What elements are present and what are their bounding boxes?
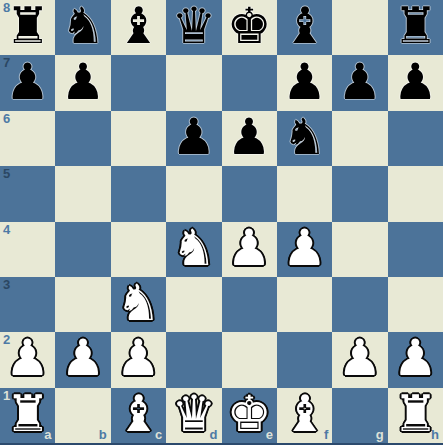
square-e4[interactable]: ♟ — [222, 222, 277, 277]
square-d3[interactable] — [166, 277, 221, 332]
piece-white-pawn[interactable]: ♟ — [116, 332, 161, 386]
square-g4[interactable] — [332, 222, 387, 277]
square-d7[interactable] — [166, 55, 221, 110]
square-a2[interactable]: 2♟ — [0, 332, 55, 387]
piece-white-rook[interactable]: ♜ — [5, 388, 50, 442]
square-g5[interactable] — [332, 166, 387, 221]
piece-white-knight[interactable]: ♞ — [171, 222, 216, 276]
piece-white-pawn[interactable]: ♟ — [61, 332, 106, 386]
square-f3[interactable] — [277, 277, 332, 332]
square-e6[interactable]: ♟ — [222, 111, 277, 166]
square-d6[interactable]: ♟ — [166, 111, 221, 166]
square-a8[interactable]: 8♜ — [0, 0, 55, 55]
square-e3[interactable] — [222, 277, 277, 332]
square-b8[interactable]: ♞ — [55, 0, 110, 55]
rank-label-4: 4 — [3, 223, 10, 237]
square-h3[interactable] — [388, 277, 443, 332]
piece-black-pawn[interactable]: ♟ — [393, 55, 438, 109]
piece-white-pawn[interactable]: ♟ — [282, 222, 327, 276]
square-e2[interactable] — [222, 332, 277, 387]
square-g1[interactable]: g — [332, 388, 387, 443]
piece-black-pawn[interactable]: ♟ — [227, 111, 272, 165]
square-h8[interactable]: ♜ — [388, 0, 443, 55]
square-d1[interactable]: d♛ — [166, 388, 221, 443]
square-c4[interactable] — [111, 222, 166, 277]
piece-white-bishop[interactable]: ♝ — [116, 388, 161, 442]
square-f8[interactable]: ♝ — [277, 0, 332, 55]
square-g6[interactable] — [332, 111, 387, 166]
square-h2[interactable]: ♟ — [388, 332, 443, 387]
square-g3[interactable] — [332, 277, 387, 332]
square-c6[interactable] — [111, 111, 166, 166]
square-h1[interactable]: h♜ — [388, 388, 443, 443]
piece-black-bishop[interactable]: ♝ — [282, 0, 327, 54]
file-label-g: g — [376, 428, 384, 442]
square-c8[interactable]: ♝ — [111, 0, 166, 55]
square-g7[interactable]: ♟ — [332, 55, 387, 110]
piece-black-rook[interactable]: ♜ — [393, 0, 438, 54]
square-d2[interactable] — [166, 332, 221, 387]
piece-black-king[interactable]: ♚ — [227, 0, 272, 54]
square-a7[interactable]: 7♟ — [0, 55, 55, 110]
chess-board: 8♜♞♝♛♚♝♜7♟♟♟♟♟6♟♟♞54♞♟♟3♞2♟♟♟♟♟1a♜bc♝d♛e… — [0, 0, 443, 443]
file-label-b: b — [99, 428, 107, 442]
rank-label-3: 3 — [3, 278, 10, 292]
square-a4[interactable]: 4 — [0, 222, 55, 277]
piece-white-bishop[interactable]: ♝ — [282, 388, 327, 442]
square-b7[interactable]: ♟ — [55, 55, 110, 110]
square-c5[interactable] — [111, 166, 166, 221]
square-a1[interactable]: 1a♜ — [0, 388, 55, 443]
square-h4[interactable] — [388, 222, 443, 277]
piece-white-pawn[interactable]: ♟ — [5, 332, 50, 386]
square-c3[interactable]: ♞ — [111, 277, 166, 332]
square-f6[interactable]: ♞ — [277, 111, 332, 166]
square-g2[interactable]: ♟ — [332, 332, 387, 387]
square-h5[interactable] — [388, 166, 443, 221]
square-a6[interactable]: 6 — [0, 111, 55, 166]
piece-black-pawn[interactable]: ♟ — [61, 55, 106, 109]
square-f5[interactable] — [277, 166, 332, 221]
square-b6[interactable] — [55, 111, 110, 166]
piece-black-knight[interactable]: ♞ — [61, 0, 106, 54]
square-b3[interactable] — [55, 277, 110, 332]
square-f1[interactable]: f♝ — [277, 388, 332, 443]
piece-black-bishop[interactable]: ♝ — [116, 0, 161, 54]
square-c2[interactable]: ♟ — [111, 332, 166, 387]
piece-white-king[interactable]: ♚ — [227, 388, 272, 442]
square-f7[interactable]: ♟ — [277, 55, 332, 110]
piece-white-pawn[interactable]: ♟ — [393, 332, 438, 386]
square-b4[interactable] — [55, 222, 110, 277]
square-c7[interactable] — [111, 55, 166, 110]
rank-label-5: 5 — [3, 167, 10, 181]
square-b5[interactable] — [55, 166, 110, 221]
square-e8[interactable]: ♚ — [222, 0, 277, 55]
square-d4[interactable]: ♞ — [166, 222, 221, 277]
square-f4[interactable]: ♟ — [277, 222, 332, 277]
piece-black-pawn[interactable]: ♟ — [5, 55, 50, 109]
square-d8[interactable]: ♛ — [166, 0, 221, 55]
square-a5[interactable]: 5 — [0, 166, 55, 221]
piece-black-knight[interactable]: ♞ — [282, 111, 327, 165]
square-h6[interactable] — [388, 111, 443, 166]
piece-white-pawn[interactable]: ♟ — [227, 222, 272, 276]
square-b1[interactable]: b — [55, 388, 110, 443]
square-h7[interactable]: ♟ — [388, 55, 443, 110]
piece-white-queen[interactable]: ♛ — [171, 388, 216, 442]
chess-app: 8♜♞♝♛♚♝♜7♟♟♟♟♟6♟♟♞54♞♟♟3♞2♟♟♟♟♟1a♜bc♝d♛e… — [0, 0, 443, 445]
piece-black-pawn[interactable]: ♟ — [338, 55, 383, 109]
rank-label-6: 6 — [3, 112, 10, 126]
square-c1[interactable]: c♝ — [111, 388, 166, 443]
piece-black-rook[interactable]: ♜ — [5, 0, 50, 54]
square-f2[interactable] — [277, 332, 332, 387]
piece-black-pawn[interactable]: ♟ — [282, 55, 327, 109]
square-g8[interactable] — [332, 0, 387, 55]
square-e7[interactable] — [222, 55, 277, 110]
piece-white-knight[interactable]: ♞ — [116, 277, 161, 331]
square-a3[interactable]: 3 — [0, 277, 55, 332]
square-d5[interactable] — [166, 166, 221, 221]
piece-black-pawn[interactable]: ♟ — [171, 111, 216, 165]
square-b2[interactable]: ♟ — [55, 332, 110, 387]
piece-white-rook[interactable]: ♜ — [393, 388, 438, 442]
square-e5[interactable] — [222, 166, 277, 221]
piece-black-queen[interactable]: ♛ — [171, 0, 216, 54]
piece-white-pawn[interactable]: ♟ — [338, 332, 383, 386]
square-e1[interactable]: e♚ — [222, 388, 277, 443]
